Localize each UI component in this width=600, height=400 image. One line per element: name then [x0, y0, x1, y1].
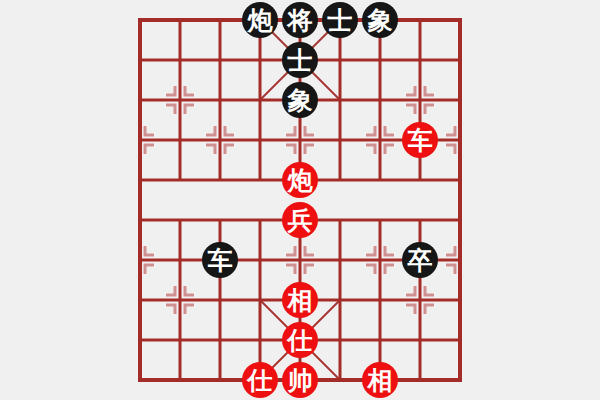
- black-general[interactable]: 将: [280, 0, 320, 40]
- pieces-layer: 炮将士象士象车炮兵车卒相仕仕帅相: [120, 0, 480, 400]
- piece-glyph: 卒: [402, 242, 438, 278]
- black-advisor[interactable]: 士: [320, 0, 360, 40]
- red-elephant[interactable]: 相: [360, 360, 400, 400]
- piece-glyph: 士: [282, 42, 318, 78]
- red-cannon[interactable]: 炮: [280, 160, 320, 200]
- black-cannon[interactable]: 炮: [240, 0, 280, 40]
- black-chariot[interactable]: 车: [200, 240, 240, 280]
- piece-glyph: 相: [282, 282, 318, 318]
- red-general[interactable]: 帅: [280, 360, 320, 400]
- red-chariot[interactable]: 车: [400, 120, 440, 160]
- piece-glyph: 炮: [242, 2, 278, 38]
- piece-glyph: 相: [362, 362, 398, 398]
- piece-glyph: 士: [322, 2, 358, 38]
- black-advisor[interactable]: 士: [280, 40, 320, 80]
- black-soldier[interactable]: 卒: [400, 240, 440, 280]
- red-elephant[interactable]: 相: [280, 280, 320, 320]
- piece-glyph: 象: [282, 82, 318, 118]
- piece-glyph: 仕: [282, 322, 318, 358]
- piece-glyph: 帅: [282, 362, 318, 398]
- xiangqi-board[interactable]: 炮将士象士象车炮兵车卒相仕仕帅相: [120, 0, 480, 400]
- red-soldier[interactable]: 兵: [280, 200, 320, 240]
- piece-glyph: 炮: [282, 162, 318, 198]
- piece-glyph: 将: [282, 2, 318, 38]
- screen: 炮将士象士象车炮兵车卒相仕仕帅相: [0, 0, 600, 400]
- piece-glyph: 车: [402, 122, 438, 158]
- red-advisor[interactable]: 仕: [240, 360, 280, 400]
- piece-glyph: 车: [202, 242, 238, 278]
- piece-glyph: 象: [362, 2, 398, 38]
- piece-glyph: 兵: [282, 202, 318, 238]
- black-elephant[interactable]: 象: [280, 80, 320, 120]
- black-elephant[interactable]: 象: [360, 0, 400, 40]
- red-advisor[interactable]: 仕: [280, 320, 320, 360]
- piece-glyph: 仕: [242, 362, 278, 398]
